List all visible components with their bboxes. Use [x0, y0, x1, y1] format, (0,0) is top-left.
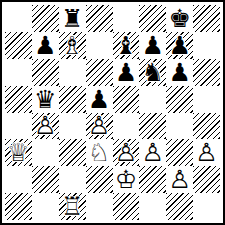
piece-white-pawn: ♙ — [32, 113, 59, 140]
square-h5 — [193, 86, 220, 113]
square-b1 — [32, 193, 59, 220]
piece-white-pawn: ♙ — [193, 139, 220, 166]
square-d3: ♞♘ — [86, 139, 113, 166]
square-a7 — [5, 32, 32, 59]
square-a4 — [5, 113, 32, 140]
piece-white-pawn: ♙ — [86, 113, 113, 140]
square-a5 — [5, 86, 32, 113]
square-e4 — [113, 113, 140, 140]
square-f1 — [139, 193, 166, 220]
square-h3: ♟♙ — [193, 139, 220, 166]
square-c6 — [59, 59, 86, 86]
square-f4 — [139, 113, 166, 140]
square-a8 — [5, 5, 32, 32]
square-c7: ♝♗ — [59, 32, 86, 59]
piece-white-knight: ♘ — [86, 139, 113, 166]
square-c2 — [59, 166, 86, 193]
square-d8 — [86, 5, 113, 32]
square-f7: ♟♟ — [139, 32, 166, 59]
piece-black-pawn: ♟ — [86, 86, 113, 113]
square-d1 — [86, 193, 113, 220]
square-f2 — [139, 166, 166, 193]
square-b4: ♟♙ — [32, 113, 59, 140]
square-g1 — [166, 193, 193, 220]
piece-black-pawn: ♟ — [32, 32, 59, 59]
square-c4 — [59, 113, 86, 140]
piece-white-rook: ♖ — [59, 193, 86, 220]
piece-white-queen: ♕ — [5, 139, 32, 166]
piece-white-pawn: ♙ — [113, 139, 140, 166]
square-b6 — [32, 59, 59, 86]
square-h1 — [193, 193, 220, 220]
piece-black-pawn: ♟ — [166, 59, 193, 86]
square-b5: ♛♛ — [32, 86, 59, 113]
square-d2 — [86, 166, 113, 193]
square-h7 — [193, 32, 220, 59]
square-d6 — [86, 59, 113, 86]
square-d4: ♟♙ — [86, 113, 113, 140]
square-a2 — [5, 166, 32, 193]
piece-white-pawn: ♙ — [139, 139, 166, 166]
piece-white-bishop: ♗ — [59, 32, 86, 59]
square-g5 — [166, 86, 193, 113]
square-g2: ♟♙ — [166, 166, 193, 193]
piece-black-pawn: ♟ — [139, 32, 166, 59]
square-c3 — [59, 139, 86, 166]
square-e3: ♟♙ — [113, 139, 140, 166]
square-d7 — [86, 32, 113, 59]
square-f3: ♟♙ — [139, 139, 166, 166]
piece-black-bishop: ♝ — [113, 32, 140, 59]
square-e8 — [113, 5, 140, 32]
square-a6 — [5, 59, 32, 86]
square-b7: ♟♟ — [32, 32, 59, 59]
piece-black-knight: ♞ — [139, 59, 166, 86]
piece-black-rook: ♜ — [59, 5, 86, 32]
square-h6 — [193, 59, 220, 86]
chess-board: ♜♜♚♚♟♟♝♗♝♝♟♟♟♟♟♟♞♞♟♟♛♛♟♟♟♙♟♙♛♕♞♘♟♙♟♙♟♙♚♔… — [5, 5, 220, 220]
piece-white-pawn: ♙ — [166, 166, 193, 193]
square-g6: ♟♟ — [166, 59, 193, 86]
square-b3 — [32, 139, 59, 166]
square-e1 — [113, 193, 140, 220]
square-g7: ♟♟ — [166, 32, 193, 59]
square-e2: ♚♔ — [113, 166, 140, 193]
square-a1 — [5, 193, 32, 220]
square-a3: ♛♕ — [5, 139, 32, 166]
square-c5 — [59, 86, 86, 113]
piece-white-king: ♔ — [113, 166, 140, 193]
square-h4 — [193, 113, 220, 140]
square-d5: ♟♟ — [86, 86, 113, 113]
square-f8 — [139, 5, 166, 32]
piece-black-pawn: ♟ — [166, 32, 193, 59]
square-b2 — [32, 166, 59, 193]
piece-black-queen: ♛ — [32, 86, 59, 113]
square-f5 — [139, 86, 166, 113]
piece-black-king: ♚ — [166, 5, 193, 32]
square-e7: ♝♝ — [113, 32, 140, 59]
square-e6: ♟♟ — [113, 59, 140, 86]
square-h2 — [193, 166, 220, 193]
square-g3 — [166, 139, 193, 166]
square-b8 — [32, 5, 59, 32]
square-g8: ♚♚ — [166, 5, 193, 32]
piece-black-pawn: ♟ — [113, 59, 140, 86]
chess-diagram-frame: ♜♜♚♚♟♟♝♗♝♝♟♟♟♟♟♟♞♞♟♟♛♛♟♟♟♙♟♙♛♕♞♘♟♙♟♙♟♙♚♔… — [0, 0, 225, 225]
square-c8: ♜♜ — [59, 5, 86, 32]
square-h8 — [193, 5, 220, 32]
square-f6: ♞♞ — [139, 59, 166, 86]
square-c1: ♜♖ — [59, 193, 86, 220]
square-g4 — [166, 113, 193, 140]
square-e5 — [113, 86, 140, 113]
